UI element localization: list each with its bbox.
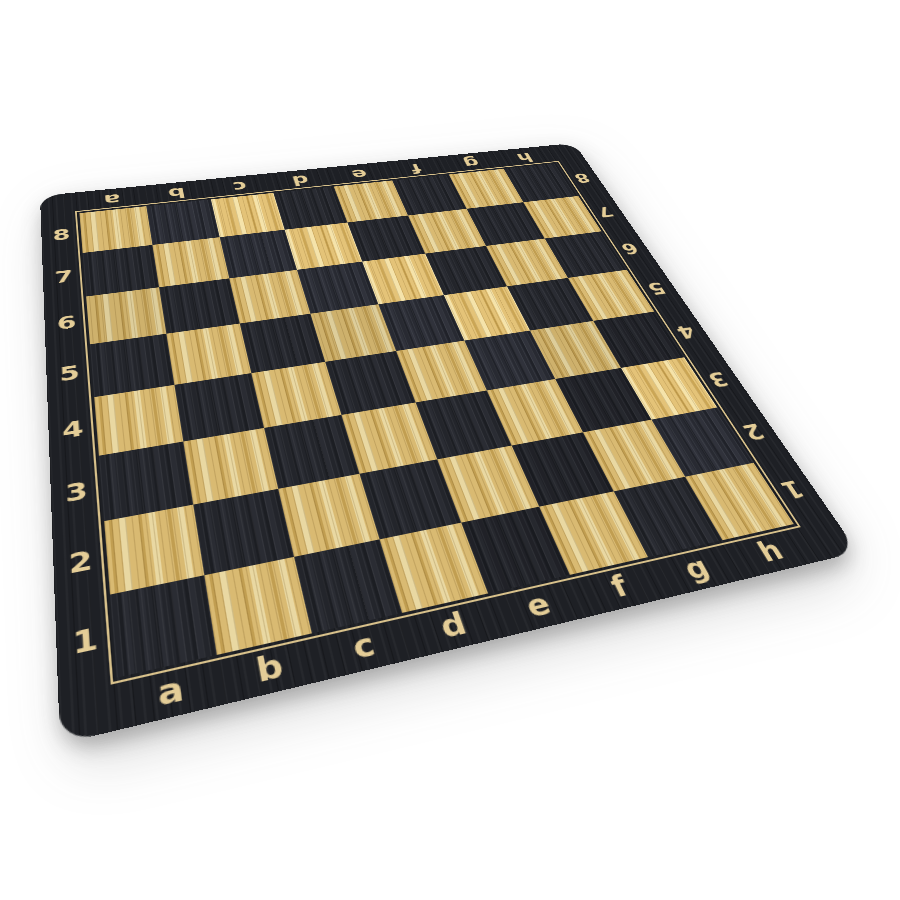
file-label-bottom-f: f — [606, 571, 632, 601]
file-label-bottom-b: b — [254, 649, 286, 687]
file-label-top-f: f — [409, 162, 424, 175]
rank-label-right-7: 7 — [594, 204, 616, 218]
rank-label-left-6: 6 — [56, 313, 76, 333]
rank-label-right-5: 5 — [644, 279, 669, 296]
chess-board: abcdefgh abcdefgh 87654321 87654321 — [40, 143, 858, 744]
rank-label-left-8: 8 — [52, 227, 71, 243]
file-label-top-c: c — [231, 179, 248, 194]
rank-label-right-8: 8 — [572, 171, 593, 184]
file-label-top-d: d — [290, 173, 310, 187]
file-label-bottom-g: g — [679, 553, 714, 584]
rank-label-right-4: 4 — [673, 322, 699, 341]
rank-label-right-3: 3 — [704, 368, 732, 389]
square-a1 — [110, 575, 217, 677]
file-label-top-h: h — [514, 151, 535, 164]
rank-label-left-1: 1 — [72, 623, 99, 659]
file-label-top-g: g — [461, 156, 482, 169]
file-label-bottom-a: a — [156, 671, 186, 711]
file-label-bottom-c: c — [349, 628, 378, 664]
file-label-top-a: a — [103, 192, 121, 207]
rank-label-left-5: 5 — [59, 362, 81, 384]
rank-label-right-2: 2 — [738, 419, 768, 442]
square-b1 — [204, 557, 312, 655]
file-label-bottom-d: d — [436, 608, 470, 643]
board-shadow-wrap: abcdefgh abcdefgh 87654321 87654321 — [0, 0, 900, 900]
rank-label-right-1: 1 — [776, 476, 808, 502]
file-label-bottom-h: h — [753, 536, 788, 566]
squares-grid — [79, 163, 793, 677]
rank-label-left-3: 3 — [64, 478, 88, 506]
rank-label-left-2: 2 — [68, 546, 94, 578]
square-c7 — [220, 230, 297, 279]
file-label-bottom-e: e — [522, 589, 555, 622]
rank-label-left-4: 4 — [61, 417, 84, 442]
rank-label-left-7: 7 — [54, 268, 73, 286]
square-b8 — [146, 199, 219, 245]
photo-stage: abcdefgh abcdefgh 87654321 87654321 — [0, 0, 900, 900]
file-label-top-b: b — [167, 185, 187, 200]
file-label-top-e: e — [349, 167, 369, 181]
rank-label-right-6: 6 — [618, 240, 642, 256]
